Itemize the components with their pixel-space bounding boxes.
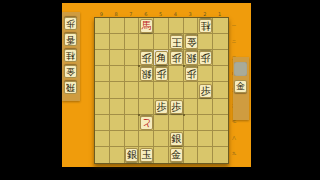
hand-piece-sente-gold[interactable]: 金 [234,80,247,93]
piece-sente-4h[interactable]: 銀 [170,132,183,146]
piece-gote-3c[interactable]: 銀 [185,51,198,65]
hand-piece-gote-lance[interactable]: 香 [64,33,77,46]
piece-gote-3b[interactable]: 金 [185,35,198,49]
shogi-app-panel: 歩香桂金飛 987654321 一二三四五六七八九 馬桂王金歩角歩銀歩銀歩歩歩歩… [62,3,251,167]
sente-captured-pieces-stand: 金 [233,57,249,120]
hand-piece-gote-rook[interactable]: 飛 [64,81,77,94]
piece-gote-4c[interactable]: 歩 [170,51,183,65]
rank-label-1: 一 [231,17,237,33]
piece-gote-2a[interactable]: 桂 [199,19,212,33]
hand-piece-gote-gold[interactable]: 金 [64,65,77,78]
piece-sente-2e[interactable]: 歩 [199,84,212,98]
hand-piece-gote-knight[interactable]: 桂 [64,49,77,62]
piece-sente-6a[interactable]: 馬 [140,19,153,33]
rank-label-8: 八 [231,130,237,146]
rank-label-9: 九 [231,146,237,162]
hand-empty-slot-sente [234,62,247,76]
shogi-board: 馬桂王金歩角歩銀歩銀歩歩歩歩歩と銀銀玉金 [94,17,229,164]
pieces-layer: 馬桂王金歩角歩銀歩銀歩歩歩歩歩と銀銀玉金 [95,18,228,163]
piece-sente-4f[interactable]: 歩 [170,100,183,114]
piece-gote-6c[interactable]: 歩 [140,51,153,65]
piece-sente-6i[interactable]: 玉 [140,148,153,162]
piece-gote-6d[interactable]: 銀 [140,67,153,81]
piece-gote-3d[interactable]: 歩 [185,67,198,81]
piece-gote-2c[interactable]: 歩 [199,51,212,65]
screenshot-frame: 歩香桂金飛 987654321 一二三四五六七八九 馬桂王金歩角歩銀歩銀歩歩歩歩… [0,0,320,180]
piece-sente-7i[interactable]: 銀 [125,148,138,162]
piece-sente-5c[interactable]: 角 [155,51,168,65]
piece-gote-6g[interactable]: と [140,116,153,130]
rank-label-2: 二 [231,33,237,49]
piece-sente-4i[interactable]: 金 [170,148,183,162]
piece-sente-5f[interactable]: 歩 [155,100,168,114]
piece-gote-4b[interactable]: 王 [170,35,183,49]
hand-piece-gote-pawn[interactable]: 歩 [64,17,77,30]
gote-captured-pieces-stand: 歩香桂金飛 [62,12,80,101]
piece-gote-5d[interactable]: 歩 [155,67,168,81]
